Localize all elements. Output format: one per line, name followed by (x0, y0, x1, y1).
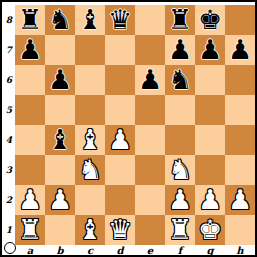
square-a8[interactable]: ♜ (15, 5, 45, 35)
rank-label-5: 5 (3, 95, 15, 125)
square-h8[interactable] (225, 5, 255, 35)
square-f8[interactable]: ♜ (165, 5, 195, 35)
square-a7[interactable]: ♟ (15, 35, 45, 65)
rank-label-4: 4 (3, 125, 15, 155)
square-c4[interactable]: ♝ (75, 125, 105, 155)
square-e7[interactable] (135, 35, 165, 65)
piece-black-knight: ♞ (168, 65, 192, 95)
square-f6[interactable]: ♞ (165, 65, 195, 95)
square-a2[interactable]: ♟ (15, 185, 45, 215)
piece-white-queen: ♛ (108, 215, 132, 245)
square-h2[interactable]: ♟ (225, 185, 255, 215)
piece-black-rook: ♜ (168, 5, 192, 35)
square-d6[interactable] (105, 65, 135, 95)
square-f7[interactable]: ♟ (165, 35, 195, 65)
square-d4[interactable]: ♟ (105, 125, 135, 155)
square-g3[interactable] (195, 155, 225, 185)
piece-white-pawn: ♟ (198, 185, 222, 215)
square-h6[interactable] (225, 65, 255, 95)
chess-board: ♜♞♝♛♜♚♟♟♟♟♟♟♞♝♝♟♞♞♟♟♟♟♟♜♝♛♜♚ (15, 5, 255, 245)
square-h1[interactable] (225, 215, 255, 245)
square-e3[interactable] (135, 155, 165, 185)
piece-black-king: ♚ (198, 5, 222, 35)
file-label-c: c (75, 244, 105, 257)
piece-black-pawn: ♟ (18, 35, 42, 65)
square-a6[interactable] (15, 65, 45, 95)
square-f2[interactable]: ♟ (165, 185, 195, 215)
square-f1[interactable]: ♜ (165, 215, 195, 245)
piece-black-bishop: ♝ (48, 125, 72, 155)
square-b1[interactable] (45, 215, 75, 245)
file-label-f: f (165, 244, 195, 257)
square-c5[interactable] (75, 95, 105, 125)
square-c2[interactable] (75, 185, 105, 215)
piece-white-pawn: ♟ (18, 185, 42, 215)
square-d2[interactable] (105, 185, 135, 215)
piece-white-rook: ♜ (168, 215, 192, 245)
piece-white-knight: ♞ (78, 155, 102, 185)
square-b5[interactable] (45, 95, 75, 125)
piece-black-bishop: ♝ (78, 5, 102, 35)
square-h5[interactable] (225, 95, 255, 125)
square-d5[interactable] (105, 95, 135, 125)
square-f5[interactable] (165, 95, 195, 125)
piece-black-pawn: ♟ (198, 35, 222, 65)
square-a1[interactable]: ♜ (15, 215, 45, 245)
piece-black-pawn: ♟ (168, 35, 192, 65)
piece-black-pawn: ♟ (138, 65, 162, 95)
piece-white-pawn: ♟ (108, 125, 132, 155)
piece-black-pawn: ♟ (48, 65, 72, 95)
square-g7[interactable]: ♟ (195, 35, 225, 65)
piece-black-queen: ♛ (108, 5, 132, 35)
piece-black-pawn: ♟ (228, 35, 252, 65)
square-c3[interactable]: ♞ (75, 155, 105, 185)
square-e8[interactable] (135, 5, 165, 35)
piece-white-pawn: ♟ (48, 185, 72, 215)
square-b6[interactable]: ♟ (45, 65, 75, 95)
square-c1[interactable]: ♝ (75, 215, 105, 245)
square-g4[interactable] (195, 125, 225, 155)
file-label-h: h (225, 244, 255, 257)
file-label-b: b (45, 244, 75, 257)
piece-white-rook: ♜ (18, 215, 42, 245)
square-b4[interactable]: ♝ (45, 125, 75, 155)
square-h7[interactable]: ♟ (225, 35, 255, 65)
piece-white-knight: ♞ (168, 155, 192, 185)
piece-white-pawn: ♟ (228, 185, 252, 215)
square-d8[interactable]: ♛ (105, 5, 135, 35)
square-g2[interactable]: ♟ (195, 185, 225, 215)
file-label-e: e (135, 244, 165, 257)
square-d7[interactable] (105, 35, 135, 65)
square-d3[interactable] (105, 155, 135, 185)
square-c8[interactable]: ♝ (75, 5, 105, 35)
square-e4[interactable] (135, 125, 165, 155)
square-e1[interactable] (135, 215, 165, 245)
chess-diagram: 87654321 ♜♞♝♛♜♚♟♟♟♟♟♟♞♝♝♟♞♞♟♟♟♟♟♜♝♛♜♚ ab… (0, 0, 257, 257)
piece-white-bishop: ♝ (78, 125, 102, 155)
file-labels: abcdefgh (15, 244, 255, 257)
square-e5[interactable] (135, 95, 165, 125)
square-g1[interactable]: ♚ (195, 215, 225, 245)
rank-label-3: 3 (3, 155, 15, 185)
square-g6[interactable] (195, 65, 225, 95)
file-label-d: d (105, 244, 135, 257)
square-b3[interactable] (45, 155, 75, 185)
rank-label-2: 2 (3, 185, 15, 215)
square-h3[interactable] (225, 155, 255, 185)
piece-white-king: ♚ (198, 215, 222, 245)
piece-white-bishop: ♝ (78, 215, 102, 245)
square-f4[interactable] (165, 125, 195, 155)
square-b2[interactable]: ♟ (45, 185, 75, 215)
square-a5[interactable] (15, 95, 45, 125)
square-a4[interactable] (15, 125, 45, 155)
square-f3[interactable]: ♞ (165, 155, 195, 185)
square-h4[interactable] (225, 125, 255, 155)
square-g5[interactable] (195, 95, 225, 125)
rank-label-8: 8 (3, 5, 15, 35)
rank-label-1: 1 (3, 215, 15, 245)
square-c6[interactable] (75, 65, 105, 95)
square-b8[interactable]: ♞ (45, 5, 75, 35)
piece-black-rook: ♜ (18, 5, 42, 35)
file-label-a: a (15, 244, 45, 257)
square-b7[interactable] (45, 35, 75, 65)
rank-label-6: 6 (3, 65, 15, 95)
piece-black-knight: ♞ (48, 5, 72, 35)
square-g8[interactable]: ♚ (195, 5, 225, 35)
square-d1[interactable]: ♛ (105, 215, 135, 245)
square-c7[interactable] (75, 35, 105, 65)
square-e2[interactable] (135, 185, 165, 215)
rank-label-7: 7 (3, 35, 15, 65)
square-e6[interactable]: ♟ (135, 65, 165, 95)
rank-labels: 87654321 (3, 5, 15, 245)
square-a3[interactable] (15, 155, 45, 185)
file-label-g: g (195, 244, 225, 257)
piece-white-pawn: ♟ (168, 185, 192, 215)
white-to-move-indicator (4, 242, 16, 254)
